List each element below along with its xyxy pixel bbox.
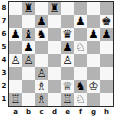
white-rook: ♖ [62,93,72,106]
white-pawn: ♙ [10,54,20,67]
square-h4[interactable] [100,54,113,67]
square-f7[interactable]: ♟ [74,15,87,28]
white-knight: ♘ [75,93,85,106]
rank-label-7: 7 [0,15,8,28]
black-rook: ♜ [23,2,33,15]
white-rook: ♖ [10,93,20,106]
square-g2[interactable]: ♔ [87,80,100,93]
square-c1[interactable]: ♗ [35,93,48,106]
square-g4[interactable] [87,54,100,67]
file-labels: abcdefgh [9,107,113,117]
square-d2[interactable] [48,80,61,93]
black-pawn: ♟ [10,28,20,41]
square-d5[interactable] [48,41,61,54]
square-h6[interactable]: ♟ [100,28,113,41]
file-label-a: a [9,107,22,117]
black-rook: ♜ [49,2,59,15]
square-f5[interactable]: ♘ [74,41,87,54]
square-a8[interactable] [9,2,22,15]
square-d1[interactable] [48,93,61,106]
white-pawn: ♙ [23,54,33,67]
square-h3[interactable] [100,67,113,80]
square-a4[interactable]: ♙ [9,54,22,67]
black-pawn: ♟ [88,28,98,41]
square-d6[interactable] [48,28,61,41]
file-label-d: d [48,107,61,117]
square-e1[interactable]: ♖ [61,93,74,106]
square-b3[interactable] [22,67,35,80]
square-b1[interactable] [22,93,35,106]
square-e8[interactable] [61,2,74,15]
square-g6[interactable]: ♟ [87,28,100,41]
square-e4[interactable]: ♙ [61,54,74,67]
file-label-g: g [87,107,100,117]
square-a1[interactable]: ♖ [9,93,22,106]
square-c6[interactable]: ♞ [35,28,48,41]
white-pawn: ♙ [62,54,72,67]
square-g5[interactable] [87,41,100,54]
square-d8[interactable]: ♜ [48,2,61,15]
white-bishop: ♗ [36,93,46,106]
square-h2[interactable] [100,80,113,93]
square-f4[interactable] [74,54,87,67]
square-b8[interactable]: ♜ [22,2,35,15]
white-king: ♔ [88,80,98,93]
rank-label-5: 5 [0,41,8,54]
file-label-f: f [74,107,87,117]
rank-label-6: 6 [0,28,8,41]
chess-diagram: 87654321 ♜♜♟♟♚♟♝♞♛♟♟♟♟♘♙♙♙♙♗♕♞♔♖♗♖♘ abcd… [0,0,118,118]
square-b2[interactable] [22,80,35,93]
rank-label-8: 8 [0,2,8,15]
chess-board: ♜♜♟♟♚♟♝♞♛♟♟♟♟♘♙♙♙♙♗♕♞♔♖♗♖♘ [8,1,114,107]
file-label-c: c [35,107,48,117]
black-pawn: ♟ [75,15,85,28]
square-h5[interactable] [100,41,113,54]
square-d3[interactable] [48,67,61,80]
black-pawn: ♟ [101,28,111,41]
file-label-h: h [100,107,113,117]
file-label-e: e [61,107,74,117]
black-knight: ♞ [36,28,46,41]
square-a6[interactable]: ♟ [9,28,22,41]
square-b4[interactable]: ♙ [22,54,35,67]
rank-label-1: 1 [0,93,8,106]
square-h1[interactable] [100,93,113,106]
rank-label-4: 4 [0,54,8,67]
square-d7[interactable] [48,15,61,28]
square-d4[interactable] [48,54,61,67]
rank-labels: 87654321 [0,2,8,106]
white-knight: ♘ [75,41,85,54]
square-f1[interactable]: ♘ [74,93,87,106]
square-g1[interactable] [87,93,100,106]
square-a3[interactable] [9,67,22,80]
rank-label-2: 2 [0,80,8,93]
file-label-b: b [22,107,35,117]
square-c5[interactable] [35,41,48,54]
rank-label-3: 3 [0,67,8,80]
square-g8[interactable] [87,2,100,15]
